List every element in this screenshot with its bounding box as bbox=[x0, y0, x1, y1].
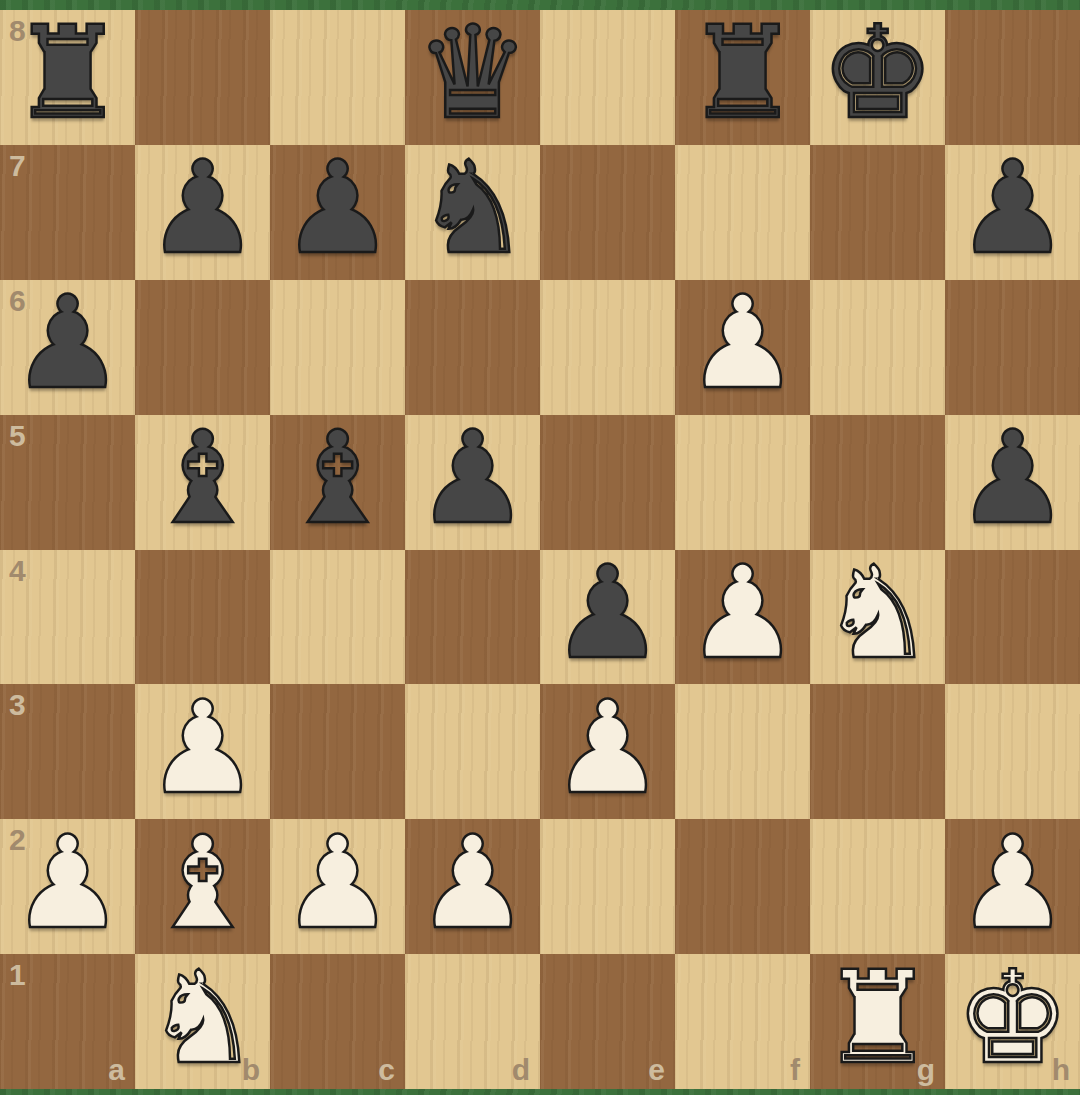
square-b2[interactable]: ♝ bbox=[135, 819, 270, 954]
square-h4[interactable] bbox=[945, 550, 1080, 685]
piece-black-pawn[interactable]: ♟ bbox=[10, 279, 125, 407]
square-h3[interactable] bbox=[945, 684, 1080, 819]
square-f6[interactable]: ♟ bbox=[675, 280, 810, 415]
square-f4[interactable]: ♟ bbox=[675, 550, 810, 685]
rank-label-4: 4 bbox=[9, 554, 26, 588]
square-f3[interactable] bbox=[675, 684, 810, 819]
square-e3[interactable]: ♟ bbox=[540, 684, 675, 819]
square-b3[interactable]: ♟ bbox=[135, 684, 270, 819]
rank-label-2: 2 bbox=[9, 823, 26, 857]
piece-black-rook[interactable]: ♜ bbox=[685, 9, 800, 137]
square-a2[interactable]: 2♟ bbox=[0, 819, 135, 954]
rank-label-5: 5 bbox=[9, 419, 26, 453]
rank-label-3: 3 bbox=[9, 688, 26, 722]
piece-black-king[interactable]: ♚ bbox=[820, 9, 935, 137]
piece-white-pawn[interactable]: ♟ bbox=[415, 819, 530, 947]
file-label-e: e bbox=[648, 1053, 665, 1087]
square-f2[interactable] bbox=[675, 819, 810, 954]
square-g6[interactable] bbox=[810, 280, 945, 415]
square-g3[interactable] bbox=[810, 684, 945, 819]
square-a3[interactable]: 3 bbox=[0, 684, 135, 819]
piece-white-pawn[interactable]: ♟ bbox=[10, 819, 125, 947]
square-d7[interactable]: ♞ bbox=[405, 145, 540, 280]
square-c2[interactable]: ♟ bbox=[270, 819, 405, 954]
square-h5[interactable]: ♟ bbox=[945, 415, 1080, 550]
square-b5[interactable]: ♝ bbox=[135, 415, 270, 550]
square-b8[interactable] bbox=[135, 10, 270, 145]
piece-black-pawn[interactable]: ♟ bbox=[955, 414, 1070, 542]
piece-black-pawn[interactable]: ♟ bbox=[415, 414, 530, 542]
square-c5[interactable]: ♝ bbox=[270, 415, 405, 550]
square-g1[interactable]: g♜ bbox=[810, 954, 945, 1089]
square-h7[interactable]: ♟ bbox=[945, 145, 1080, 280]
square-b6[interactable] bbox=[135, 280, 270, 415]
square-d4[interactable] bbox=[405, 550, 540, 685]
square-c4[interactable] bbox=[270, 550, 405, 685]
file-label-d: d bbox=[512, 1053, 530, 1087]
piece-black-knight[interactable]: ♞ bbox=[415, 144, 530, 272]
square-d6[interactable] bbox=[405, 280, 540, 415]
square-b4[interactable] bbox=[135, 550, 270, 685]
square-f8[interactable]: ♜ bbox=[675, 10, 810, 145]
square-f5[interactable] bbox=[675, 415, 810, 550]
square-h1[interactable]: h♚ bbox=[945, 954, 1080, 1089]
square-a1[interactable]: 1a bbox=[0, 954, 135, 1089]
square-h2[interactable]: ♟ bbox=[945, 819, 1080, 954]
square-d3[interactable] bbox=[405, 684, 540, 819]
square-g2[interactable] bbox=[810, 819, 945, 954]
piece-black-bishop[interactable]: ♝ bbox=[280, 414, 395, 542]
rank-label-7: 7 bbox=[9, 149, 26, 183]
file-label-h: h bbox=[1052, 1053, 1070, 1087]
piece-white-pawn[interactable]: ♟ bbox=[685, 549, 800, 677]
square-c8[interactable] bbox=[270, 10, 405, 145]
square-e5[interactable] bbox=[540, 415, 675, 550]
square-a4[interactable]: 4 bbox=[0, 550, 135, 685]
rank-label-6: 6 bbox=[9, 284, 26, 318]
piece-white-knight[interactable]: ♞ bbox=[820, 549, 935, 677]
square-b1[interactable]: b♞ bbox=[135, 954, 270, 1089]
piece-black-queen[interactable]: ♛ bbox=[415, 9, 530, 137]
square-a6[interactable]: 6♟ bbox=[0, 280, 135, 415]
file-label-f: f bbox=[790, 1053, 800, 1087]
rank-label-1: 1 bbox=[9, 958, 26, 992]
piece-white-pawn[interactable]: ♟ bbox=[955, 819, 1070, 947]
piece-black-bishop[interactable]: ♝ bbox=[145, 414, 260, 542]
piece-white-pawn[interactable]: ♟ bbox=[145, 684, 260, 812]
square-g8[interactable]: ♚ bbox=[810, 10, 945, 145]
square-a5[interactable]: 5 bbox=[0, 415, 135, 550]
square-e7[interactable] bbox=[540, 145, 675, 280]
square-c7[interactable]: ♟ bbox=[270, 145, 405, 280]
piece-black-pawn[interactable]: ♟ bbox=[280, 144, 395, 272]
square-d2[interactable]: ♟ bbox=[405, 819, 540, 954]
file-label-g: g bbox=[917, 1053, 935, 1087]
square-e1[interactable]: e bbox=[540, 954, 675, 1089]
square-c6[interactable] bbox=[270, 280, 405, 415]
file-label-b: b bbox=[242, 1053, 260, 1087]
square-e2[interactable] bbox=[540, 819, 675, 954]
square-c1[interactable]: c bbox=[270, 954, 405, 1089]
square-f1[interactable]: f bbox=[675, 954, 810, 1089]
piece-black-pawn[interactable]: ♟ bbox=[145, 144, 260, 272]
piece-white-pawn[interactable]: ♟ bbox=[550, 684, 665, 812]
file-label-c: c bbox=[378, 1053, 395, 1087]
square-h6[interactable] bbox=[945, 280, 1080, 415]
square-d8[interactable]: ♛ bbox=[405, 10, 540, 145]
square-f7[interactable] bbox=[675, 145, 810, 280]
square-d1[interactable]: d bbox=[405, 954, 540, 1089]
chess-board: 8♜♛♜♚7♟♟♞♟6♟♟5♝♝♟♟4♟♟♞3♟♟2♟♝♟♟♟1ab♞cdefg… bbox=[0, 10, 1080, 1089]
piece-black-pawn[interactable]: ♟ bbox=[955, 144, 1070, 272]
file-label-a: a bbox=[108, 1053, 125, 1087]
piece-white-pawn[interactable]: ♟ bbox=[280, 819, 395, 947]
square-d5[interactable]: ♟ bbox=[405, 415, 540, 550]
square-g4[interactable]: ♞ bbox=[810, 550, 945, 685]
square-a8[interactable]: 8♜ bbox=[0, 10, 135, 145]
square-e4[interactable]: ♟ bbox=[540, 550, 675, 685]
piece-white-pawn[interactable]: ♟ bbox=[685, 279, 800, 407]
square-a7[interactable]: 7 bbox=[0, 145, 135, 280]
square-g5[interactable] bbox=[810, 415, 945, 550]
piece-black-rook[interactable]: ♜ bbox=[10, 9, 125, 137]
square-e6[interactable] bbox=[540, 280, 675, 415]
square-b7[interactable]: ♟ bbox=[135, 145, 270, 280]
piece-white-bishop[interactable]: ♝ bbox=[145, 819, 260, 947]
board-frame: 8♜♛♜♚7♟♟♞♟6♟♟5♝♝♟♟4♟♟♞3♟♟2♟♝♟♟♟1ab♞cdefg… bbox=[0, 0, 1080, 1095]
rank-label-8: 8 bbox=[9, 14, 26, 48]
square-h8[interactable] bbox=[945, 10, 1080, 145]
piece-black-pawn[interactable]: ♟ bbox=[550, 549, 665, 677]
square-c3[interactable] bbox=[270, 684, 405, 819]
square-e8[interactable] bbox=[540, 10, 675, 145]
square-g7[interactable] bbox=[810, 145, 945, 280]
